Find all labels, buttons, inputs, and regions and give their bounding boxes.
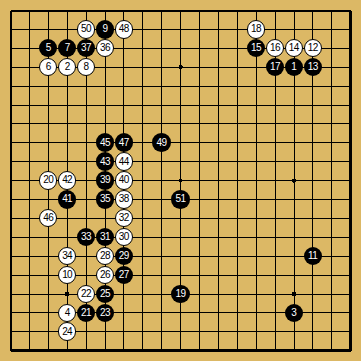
stone-30: 30 [115, 228, 133, 246]
stone-45: 45 [96, 133, 114, 151]
stone-35: 35 [96, 190, 114, 208]
stone-19: 19 [171, 285, 189, 303]
stone-36: 36 [96, 39, 114, 57]
stone-46: 46 [39, 209, 57, 227]
stone-39: 39 [96, 171, 114, 189]
stone-38: 38 [115, 190, 133, 208]
stone-5: 5 [39, 39, 57, 57]
stone-42: 42 [58, 171, 76, 189]
stone-25: 25 [96, 285, 114, 303]
stone-10: 10 [58, 266, 76, 284]
stone-40: 40 [115, 171, 133, 189]
stone-8: 8 [77, 58, 95, 76]
stone-2: 2 [58, 58, 76, 76]
stone-14: 14 [285, 39, 303, 57]
stone-24: 24 [58, 322, 76, 340]
stone-47: 47 [115, 133, 133, 151]
stone-28: 28 [96, 247, 114, 265]
stone-33: 33 [77, 228, 95, 246]
stone-3: 3 [285, 304, 303, 322]
stone-1: 1 [285, 58, 303, 76]
stone-12: 12 [304, 39, 322, 57]
stone-6: 6 [39, 58, 57, 76]
stone-15: 15 [247, 39, 265, 57]
stone-4: 4 [58, 304, 76, 322]
stone-26: 26 [96, 266, 114, 284]
stone-41: 41 [58, 190, 76, 208]
stone-22: 22 [77, 285, 95, 303]
stone-17: 17 [266, 58, 284, 76]
stone-7: 7 [58, 39, 76, 57]
stone-21: 21 [77, 304, 95, 322]
stone-48: 48 [115, 20, 133, 38]
stone-37: 37 [77, 39, 95, 57]
stone-13: 13 [304, 58, 322, 76]
stone-27: 27 [115, 266, 133, 284]
stone-11: 11 [304, 247, 322, 265]
stone-43: 43 [96, 152, 114, 170]
stone-51: 51 [171, 190, 189, 208]
stone-18: 18 [247, 20, 265, 38]
stone-29: 29 [115, 247, 133, 265]
stone-49: 49 [152, 133, 170, 151]
stone-31: 31 [96, 228, 114, 246]
stone-23: 23 [96, 304, 114, 322]
stone-20: 20 [39, 171, 57, 189]
stone-32: 32 [115, 209, 133, 227]
stone-9: 9 [96, 20, 114, 38]
stone-16: 16 [266, 39, 284, 57]
stones-layer: 1234567891011121314151617181920212223242… [1, 1, 360, 360]
go-board: 1234567891011121314151617181920212223242… [0, 0, 361, 361]
stone-44: 44 [115, 152, 133, 170]
stone-34: 34 [58, 247, 76, 265]
stone-50: 50 [77, 20, 95, 38]
